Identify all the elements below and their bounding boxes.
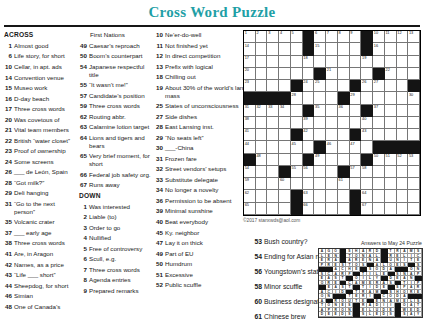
cell-r7c9[interactable]: 36 (338, 105, 350, 117)
cell-r4c3[interactable] (267, 68, 279, 80)
cell-number-13: 13 (409, 31, 413, 35)
answer-cell: Y (415, 312, 422, 317)
clue-text: Lions and tigers and bears (89, 134, 153, 150)
cell-r9c15[interactable] (408, 129, 420, 141)
clue-number: 22 (3, 137, 14, 145)
cell-r6c12[interactable] (373, 92, 385, 104)
cell-r6c14[interactable] (397, 92, 409, 104)
cell-r4c11[interactable] (361, 68, 373, 80)
cell-r3c4[interactable] (279, 56, 291, 68)
cell-number-50: 50 (374, 154, 378, 158)
cell-r1c5[interactable]: 5 (291, 31, 303, 43)
cell-r4c13[interactable]: 22 (385, 68, 397, 80)
cell-r2c15[interactable] (408, 43, 420, 55)
cell-r1c9[interactable]: 8 (338, 31, 350, 43)
cell-r13c12[interactable] (373, 178, 385, 190)
across-17-clue: 17Three cross words (3, 105, 76, 113)
cell-r14c14[interactable] (397, 190, 409, 202)
down-27-clue: 27Side dishes (154, 113, 251, 121)
cell-r5c6[interactable]: 24 (303, 80, 315, 92)
cell-r9c11[interactable]: 43 (361, 129, 373, 141)
cell-r7c13[interactable] (385, 105, 397, 117)
down-39-clue: 39Minimal sunshine (154, 207, 251, 215)
across-50-clue: 50Boom’s counterpart (78, 52, 153, 60)
clue-number: 6 (78, 255, 89, 263)
cell-r8c4[interactable] (279, 117, 291, 129)
cell-r3c1[interactable]: 17 (244, 56, 256, 68)
clue-text: Not finished yet (165, 42, 251, 50)
cell-r8c8[interactable] (326, 117, 338, 129)
cell-r10c4[interactable] (279, 141, 291, 153)
clue-text: Free of controversy (89, 245, 153, 253)
cell-r5c8[interactable] (326, 80, 338, 92)
cell-r15c2[interactable] (256, 203, 268, 215)
cell-r8c14[interactable] (397, 117, 409, 129)
cell-r14c15[interactable] (408, 190, 420, 202)
clue-text: Public scuffle (165, 281, 251, 289)
answer-cell: D (319, 312, 326, 317)
across-31-clue: 31“Go to the next person” (3, 200, 76, 216)
cell-r7c5[interactable] (291, 105, 303, 117)
across-26-clue: 26___ de León, Spain (3, 168, 76, 176)
cell-r8c6[interactable]: 39 (303, 117, 315, 129)
cell-r15c11[interactable]: 67 (361, 203, 373, 215)
black-cell-r6c4 (279, 92, 291, 104)
cell-r5c2[interactable] (256, 80, 268, 92)
cell-r1c3[interactable]: 3 (267, 31, 279, 43)
cell-r7c10[interactable] (350, 105, 362, 117)
cell-r7c12[interactable]: 37 (373, 105, 385, 117)
clue-number: 39 (154, 207, 165, 215)
across-59-clue: 59Three cross words (78, 102, 153, 110)
cell-r14c1[interactable]: 62 (244, 190, 256, 202)
clue-text: Very brief moment, for short (89, 152, 153, 168)
cell-r11c8[interactable] (326, 154, 338, 166)
cell-r12c6[interactable]: 56 (303, 166, 315, 178)
clue-text: Order to go (89, 224, 153, 232)
cell-r8c5[interactable] (291, 117, 303, 129)
cell-r1c13[interactable]: 11 (385, 31, 397, 43)
down-52-clue: 52Public scuffle (154, 281, 251, 289)
cell-r7c7[interactable]: 35 (314, 105, 326, 117)
cell-r14c4[interactable] (279, 190, 291, 202)
clue-number: 37 (3, 229, 14, 237)
cell-r11c3[interactable] (267, 154, 279, 166)
cell-r15c3[interactable] (267, 203, 279, 215)
cell-r9c2[interactable] (256, 129, 268, 141)
cell-r4c10[interactable] (350, 68, 362, 80)
cell-r3c13[interactable] (385, 56, 397, 68)
black-cell-r11c11 (361, 154, 373, 166)
clue-number: 34 (154, 186, 165, 194)
cell-r12c3[interactable] (267, 166, 279, 178)
across-62-clue: 62Routing abbr. (78, 113, 153, 121)
cell-r5c4[interactable] (279, 80, 291, 92)
cell-r13c11[interactable] (361, 178, 373, 190)
cell-r3c14[interactable] (397, 56, 409, 68)
cell-r15c15[interactable] (408, 203, 420, 215)
cell-r3c8[interactable] (326, 56, 338, 68)
cell-r1c1[interactable]: 1 (244, 31, 256, 43)
clue-text: Are, in Aragon (14, 250, 76, 258)
clue-column-across: ACROSS1Almost good6Life story, for short… (3, 31, 76, 313)
cell-r7c14[interactable] (397, 105, 409, 117)
cell-r12c2[interactable] (256, 166, 268, 178)
clue-number: 44 (3, 282, 14, 290)
cell-r4c15[interactable] (408, 68, 420, 80)
cell-r8c3[interactable] (267, 117, 279, 129)
cell-r3c6[interactable]: 18 (303, 56, 315, 68)
clue-number: 26 (3, 168, 14, 176)
cell-r8c7[interactable] (314, 117, 326, 129)
cell-r10c6[interactable] (303, 141, 315, 153)
clue-number: 45 (154, 229, 165, 237)
cell-r9c8[interactable] (326, 129, 338, 141)
clue-text: One of Canada’s (14, 303, 76, 311)
clue-text: Substitute delegate (165, 176, 251, 184)
cell-r4c2[interactable] (256, 68, 268, 80)
cell-r9c7[interactable] (314, 129, 326, 141)
cell-r13c15[interactable] (408, 178, 420, 190)
across-49-clue: 49Caesar’s reproach (78, 42, 153, 50)
cell-r1c7[interactable]: 6 (314, 31, 326, 43)
cell-r2c9[interactable] (338, 43, 350, 55)
cell-number-40: 40 (362, 117, 366, 121)
cell-r15c6[interactable]: 66 (303, 203, 315, 215)
cell-r8c12[interactable] (373, 117, 385, 129)
cell-r2c12[interactable]: 16 (373, 43, 385, 55)
cell-r12c11[interactable]: 58 (361, 166, 373, 178)
cell-r15c7[interactable] (314, 203, 326, 215)
cell-r7c2[interactable]: 32 (256, 105, 268, 117)
cell-r1c10[interactable]: 9 (350, 31, 362, 43)
cell-r11c9[interactable] (338, 154, 350, 166)
clue-text: Volcanic crater (14, 218, 76, 226)
clue-text: Federal job safety org. (89, 171, 153, 179)
cell-number-15: 15 (315, 44, 319, 48)
cell-r10c3[interactable] (267, 141, 279, 153)
cell-r6c5[interactable]: 28 (291, 92, 303, 104)
down-25-clue: 25States of unconsciousness (154, 102, 251, 110)
cell-r15c12[interactable] (373, 203, 385, 215)
cell-r1c12[interactable]: 10 (373, 31, 385, 43)
cell-r6c7[interactable] (314, 92, 326, 104)
cell-number-55: 55 (292, 166, 296, 170)
down-7-clue: 7Three cross words (78, 266, 153, 274)
cell-r13c10[interactable] (350, 178, 362, 190)
cell-r2c2[interactable] (256, 43, 268, 55)
cell-r14c11[interactable]: 64 (361, 190, 373, 202)
cell-r4c8[interactable]: 21 (326, 68, 338, 80)
cell-number-33: 33 (268, 105, 272, 109)
cell-r1c4[interactable]: 4 (279, 31, 291, 43)
cell-r11c5[interactable] (291, 154, 303, 166)
down-29-clue: 29“No seats left” (154, 134, 251, 142)
cell-r4c9[interactable] (338, 68, 350, 80)
cell-r11c10[interactable] (350, 154, 362, 166)
cell-number-29: 29 (350, 93, 354, 97)
answer-cell: S (401, 312, 408, 317)
cell-r10c8[interactable]: 46 (326, 141, 338, 153)
black-cell-r10c14 (397, 141, 409, 153)
clue-text: Candidate’s position (89, 92, 153, 100)
across-48-clue-continuation: First Nations (90, 31, 153, 39)
clue-number: 33 (154, 176, 165, 184)
cell-r8c2[interactable] (256, 117, 268, 129)
cell-r13c6[interactable] (303, 178, 315, 190)
cell-r3c11[interactable]: 19 (361, 56, 373, 68)
cell-r5c12[interactable]: 27 (373, 80, 385, 92)
cell-r5c7[interactable]: 25 (314, 80, 326, 92)
title-rule (4, 25, 420, 27)
cell-r11c14[interactable]: 52 (397, 154, 409, 166)
cell-r2c3[interactable] (267, 43, 279, 55)
cell-number-21: 21 (327, 68, 331, 72)
cell-r15c8[interactable] (326, 203, 338, 215)
cell-r11c7[interactable]: 49 (314, 154, 326, 166)
cell-r7c3[interactable]: 33 (267, 105, 279, 117)
cell-r3c15[interactable] (408, 56, 420, 68)
clue-text: Three cross words (89, 266, 153, 274)
cell-r3c12[interactable] (373, 56, 385, 68)
cell-r10c10[interactable]: 47 (350, 141, 362, 153)
cell-r13c14[interactable] (397, 178, 409, 190)
cell-r9c9[interactable] (338, 129, 350, 141)
down-1-clue: 1Was interested (78, 203, 153, 211)
cell-r8c13[interactable] (385, 117, 397, 129)
cell-r10c11[interactable] (361, 141, 373, 153)
clue-text: Names, as a price (14, 261, 76, 269)
cell-r14c3[interactable] (267, 190, 279, 202)
clue-text: Sheepdog, for short (14, 282, 76, 290)
down-47-clue: 47Lay it on thick (154, 239, 251, 247)
cell-r14c6[interactable]: 63 (303, 190, 315, 202)
clue-text: Routing abbr. (89, 113, 153, 121)
cell-r14c12[interactable] (373, 190, 385, 202)
cell-r5c13[interactable] (385, 80, 397, 92)
cell-r5c11[interactable]: 26 (361, 80, 373, 92)
down-31-clue: 31Frozen fare (154, 155, 251, 163)
cell-r3c3[interactable] (267, 56, 279, 68)
cell-r14c2[interactable] (256, 190, 268, 202)
cell-r14c13[interactable] (385, 190, 397, 202)
down-9-clue: 9Prepared remarks (78, 287, 153, 295)
down-13-clue: 13Prefix with logical (154, 63, 251, 71)
cell-r13c5[interactable] (291, 178, 303, 190)
down-36-clue: 36Permission to be absent (154, 197, 251, 205)
cell-r7c8[interactable] (326, 105, 338, 117)
cell-r5c14[interactable] (397, 80, 409, 92)
cell-r11c4[interactable] (279, 154, 291, 166)
cell-r6c8[interactable] (326, 92, 338, 104)
clue-text: Vital team members (14, 126, 76, 134)
cell-r1c2[interactable]: 2 (256, 31, 268, 43)
cell-number-34: 34 (280, 105, 284, 109)
cell-r15c4[interactable] (279, 203, 291, 215)
cell-r14c7[interactable] (314, 190, 326, 202)
cell-r13c13[interactable] (385, 178, 397, 190)
cell-r8c11[interactable]: 40 (361, 117, 373, 129)
cell-r13c1[interactable]: 59 (244, 178, 256, 190)
answer-cell: D (340, 312, 347, 317)
cell-r4c6[interactable] (303, 68, 315, 80)
cell-r13c7[interactable] (314, 178, 326, 190)
cell-r10c9[interactable] (338, 141, 350, 153)
cell-number-27: 27 (374, 80, 378, 84)
cell-r13c8[interactable] (326, 178, 338, 190)
cell-r4c4[interactable] (279, 68, 291, 80)
cell-r9c4[interactable] (279, 129, 291, 141)
cell-r8c15[interactable] (408, 117, 420, 129)
clue-number: 10 (3, 63, 14, 71)
cell-r4c5[interactable] (291, 68, 303, 80)
cell-r10c1[interactable]: 44 (244, 141, 256, 153)
cell-number-63: 63 (303, 191, 307, 195)
cell-r8c10[interactable] (350, 117, 362, 129)
cell-r2c13[interactable] (385, 43, 397, 55)
across-header: ACROSS (4, 31, 76, 39)
cell-r15c13[interactable] (385, 203, 397, 215)
cell-r13c2[interactable] (256, 178, 268, 190)
cell-number-48: 48 (256, 154, 260, 158)
cell-number-14: 14 (245, 44, 249, 48)
clue-number: 5 (78, 245, 89, 253)
cell-r15c9[interactable] (338, 203, 350, 215)
cell-r11c12[interactable]: 50 (373, 154, 385, 166)
cell-number-19: 19 (362, 56, 366, 60)
cell-r8c1[interactable]: 38 (244, 117, 256, 129)
cell-r4c14[interactable] (397, 68, 409, 80)
cell-r5c3[interactable] (267, 80, 279, 92)
cell-r13c9[interactable]: 61 (338, 178, 350, 190)
cell-r9c13[interactable] (385, 129, 397, 141)
clue-number: 35 (3, 218, 14, 226)
clue-text: Cellar, in apt. ads (14, 63, 76, 71)
cell-r6c10[interactable]: 29 (350, 92, 362, 104)
cell-r7c15[interactable] (408, 105, 420, 117)
cell-r3c5[interactable] (291, 56, 303, 68)
cell-r2c5[interactable] (291, 43, 303, 55)
across-55-clue: 55“It wasn’t me!” (78, 81, 153, 89)
clue-text: Agenda entries (89, 276, 153, 284)
clue-text: Three cross words (14, 239, 76, 247)
cell-number-17: 17 (245, 56, 249, 60)
cell-r8c9[interactable] (338, 117, 350, 129)
cell-r7c4[interactable]: 34 (279, 105, 291, 117)
clue-text: Japanese respectful title (89, 63, 153, 79)
cell-r2c14[interactable] (397, 43, 409, 55)
clue-text: British “water closet” (14, 137, 76, 145)
cell-r1c15[interactable]: 13 (408, 31, 420, 43)
cell-r11c2[interactable]: 48 (256, 154, 268, 166)
clue-number: 8 (78, 276, 89, 284)
cell-r12c12[interactable] (373, 166, 385, 178)
cell-r2c8[interactable] (326, 43, 338, 55)
cell-number-52: 52 (397, 154, 401, 158)
black-cell-r11c6 (303, 154, 315, 166)
clue-text: “Got milk?” (14, 179, 76, 187)
clue-number: 18 (154, 73, 165, 81)
cell-r5c1[interactable]: 23 (244, 80, 256, 92)
cell-r6c15[interactable]: 30 (408, 92, 420, 104)
cell-r11c15[interactable]: 53 (408, 154, 420, 166)
down-3-clue: 3Order to go (78, 224, 153, 232)
cell-r13c4[interactable]: 60 (279, 178, 291, 190)
down-49-clue: 49Part of EU (154, 250, 251, 258)
cell-r15c1[interactable]: 65 (244, 203, 256, 215)
cell-r9c3[interactable] (267, 129, 279, 141)
cell-r6c6[interactable] (303, 92, 315, 104)
cell-r12c1[interactable]: 54 (244, 166, 256, 178)
clue-text: Prepared remarks (89, 287, 153, 295)
clue-number: 60 (252, 298, 264, 307)
cell-r12c13[interactable] (385, 166, 397, 178)
clue-number: 30 (154, 144, 165, 152)
clue-text: Deli hanging (14, 189, 76, 197)
cell-r13c3[interactable] (267, 178, 279, 190)
cell-r12c14[interactable] (397, 166, 409, 178)
cell-r14c9[interactable] (338, 190, 350, 202)
cell-r12c10[interactable]: 57 (350, 166, 362, 178)
black-cell-r14c10 (350, 190, 362, 202)
cell-number-18: 18 (303, 56, 307, 60)
cell-r3c9[interactable] (338, 56, 350, 68)
cell-r15c14[interactable] (397, 203, 409, 215)
cell-r11c13[interactable]: 51 (385, 154, 397, 166)
cell-r6c13[interactable] (385, 92, 397, 104)
crossword-grid[interactable]: 1234567891011121314151617181920212223242… (243, 30, 421, 216)
cell-r10c5[interactable]: 45 (291, 141, 303, 153)
cell-r5c9[interactable] (338, 80, 350, 92)
cell-r2c10[interactable] (350, 43, 362, 55)
cell-r6c11[interactable] (361, 92, 373, 104)
cell-r7c1[interactable]: 31 (244, 105, 256, 117)
cell-r9c14[interactable] (397, 129, 409, 141)
cell-r12c7[interactable] (314, 166, 326, 178)
cell-r9c12[interactable] (373, 129, 385, 141)
cell-r10c2[interactable] (256, 141, 268, 153)
cell-r9c1[interactable]: 41 (244, 129, 256, 141)
cell-r9c6[interactable]: 42 (303, 129, 315, 141)
cell-number-23: 23 (245, 80, 249, 84)
clue-text: Boom’s counterpart (89, 52, 153, 60)
cell-number-65: 65 (245, 203, 249, 207)
clue-number: 42 (3, 261, 14, 269)
cell-r2c4[interactable] (279, 43, 291, 55)
cell-r2c1[interactable]: 14 (244, 43, 256, 55)
cell-r12c8[interactable] (326, 166, 338, 178)
cell-r3c7[interactable] (314, 56, 326, 68)
clue-text: No longer a novelty (165, 186, 251, 194)
answer-cell (353, 312, 360, 317)
cell-number-9: 9 (350, 31, 352, 35)
cell-r3c2[interactable] (256, 56, 268, 68)
cell-r12c15[interactable] (408, 166, 420, 178)
cell-r4c1[interactable]: 20 (244, 68, 256, 80)
cell-r2c7[interactable]: 15 (314, 43, 326, 55)
cell-r1c8[interactable]: 7 (326, 31, 338, 43)
cell-r14c8[interactable] (326, 190, 338, 202)
black-cell-r15c10 (350, 203, 362, 215)
down-6-clue: 6Scull, e.g. (78, 255, 153, 263)
answer-cell: E (374, 312, 381, 317)
cell-r1c14[interactable]: 12 (397, 31, 409, 43)
black-cell-r5c5 (291, 80, 303, 92)
cell-r12c5[interactable]: 55 (291, 166, 303, 178)
clue-column-down: 10Ne’er-do-well11Not finished yet12In di… (154, 31, 251, 292)
cell-r3c10[interactable] (350, 56, 362, 68)
clue-number: 52 (154, 281, 165, 289)
